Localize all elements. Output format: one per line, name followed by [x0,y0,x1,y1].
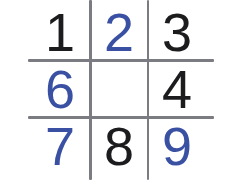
sudoku-cell-r2c2[interactable] [90,60,148,117]
sudoku-cell-r2c1[interactable]: 6 [30,60,90,117]
sudoku-cell-r1c1[interactable]: 1 [30,3,90,60]
sudoku-cell-r1c3[interactable]: 3 [148,3,206,60]
sudoku-cell-r3c1[interactable]: 7 [30,117,90,174]
sudoku-cell-r3c3[interactable]: 9 [148,117,206,174]
sudoku-board: 12364789 [30,3,206,174]
sudoku-cell-r3c2[interactable]: 8 [90,117,148,174]
sudoku-cell-r2c3[interactable]: 4 [148,60,206,117]
sudoku-cell-r1c2[interactable]: 2 [90,3,148,60]
sudoku-screen: 12364789 [0,0,240,180]
